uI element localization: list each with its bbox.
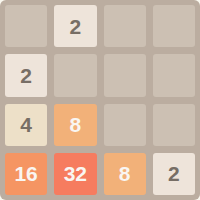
cell-r0c1: 2 xyxy=(54,5,96,47)
cell-r3c1: 32 xyxy=(54,153,96,195)
cell-r2c0: 4 xyxy=(5,104,47,146)
cell-r3c2: 8 xyxy=(104,153,146,195)
cell-r3c0: 16 xyxy=(5,153,47,195)
2048-board[interactable]: 2 2 4 8 16 32 8 2 xyxy=(0,0,200,200)
cell-r1c3 xyxy=(153,54,195,96)
cell-r2c1: 8 xyxy=(54,104,96,146)
cell-r1c0: 2 xyxy=(5,54,47,96)
cell-r0c0 xyxy=(5,5,47,47)
cell-r0c3 xyxy=(153,5,195,47)
cell-r2c3 xyxy=(153,104,195,146)
cell-r2c2 xyxy=(104,104,146,146)
cell-r3c3: 2 xyxy=(153,153,195,195)
cell-r0c2 xyxy=(104,5,146,47)
cell-r1c2 xyxy=(104,54,146,96)
cell-r1c1 xyxy=(54,54,96,96)
